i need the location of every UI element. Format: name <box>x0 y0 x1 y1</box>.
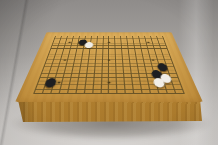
board-cell[interactable] <box>113 91 122 95</box>
goban-photo: ●●●●●●● <box>0 0 218 145</box>
goban-top-surface: ●●●●●●● <box>15 32 203 102</box>
hoshi-point <box>107 81 110 83</box>
board-cell[interactable] <box>88 91 97 95</box>
board-cell[interactable] <box>179 91 189 95</box>
white-stone[interactable]: ● <box>84 41 95 49</box>
board-cell[interactable] <box>96 91 105 95</box>
hoshi-point <box>108 42 111 43</box>
board-cell[interactable] <box>105 91 113 95</box>
hoshi-point <box>147 42 150 43</box>
go-board-grid: ●●●●●●● <box>29 35 190 96</box>
hoshi-point <box>107 59 110 60</box>
